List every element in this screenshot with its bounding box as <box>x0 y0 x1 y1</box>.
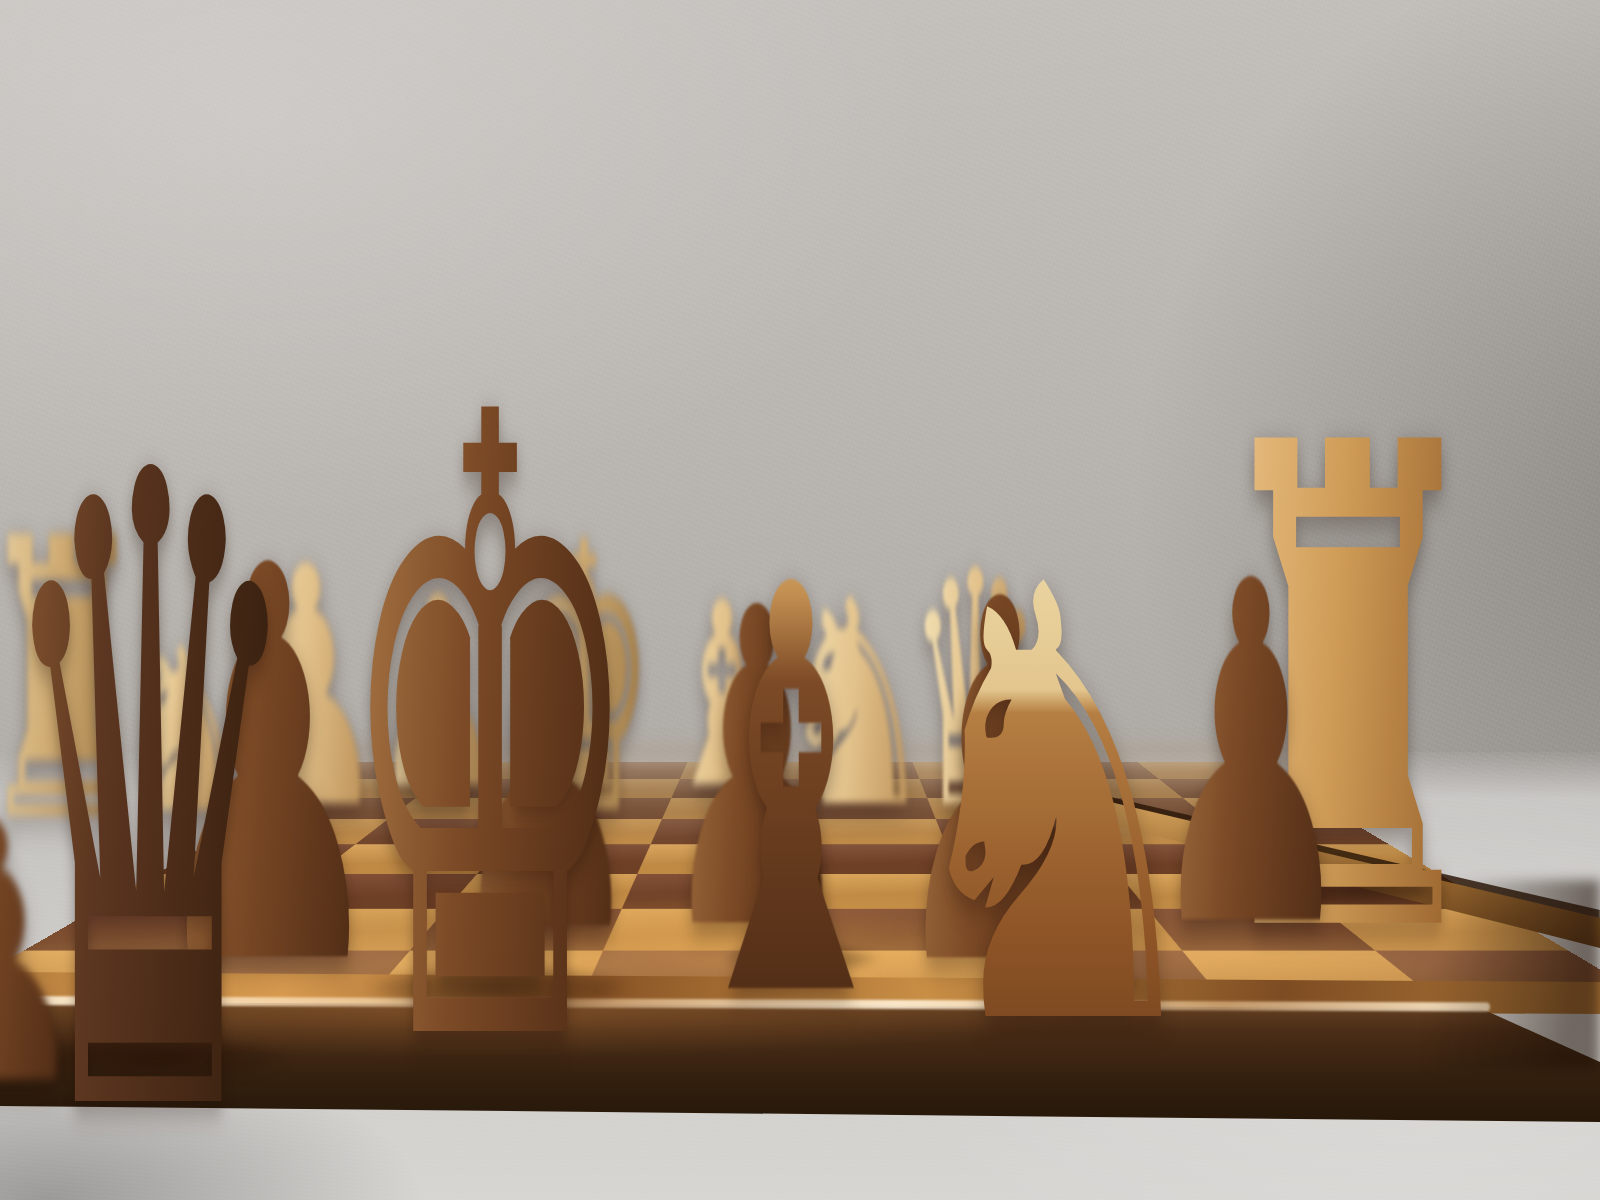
piece-king-dark-c4: ♚ <box>337 308 644 1163</box>
chess-photo-scene: ♟♜♞♟♟♚♝♞♛♟♟♛♟♚♝♟♞♟♜ <box>0 0 1600 1200</box>
piece-bishop-dark-d4: ♝ <box>671 514 912 1074</box>
piece-queen-dark-a4: ♛ <box>0 364 306 1200</box>
pieces-layer: ♟♜♞♟♟♚♝♞♛♟♟♛♟♚♝♟♞♟♜ <box>0 0 1600 1200</box>
piece-knight-dark-f4: ♞ <box>889 510 1221 1108</box>
